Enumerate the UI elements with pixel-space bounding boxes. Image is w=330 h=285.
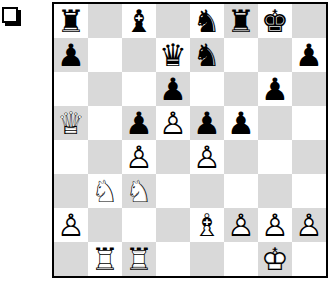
white-piece-outline-layer: ♙ bbox=[258, 208, 292, 242]
white-to-move-indicator bbox=[2, 7, 18, 23]
white-queen-a5[interactable]: ♛♕ bbox=[54, 106, 88, 140]
square-h8[interactable] bbox=[292, 4, 326, 38]
chess-board: ♜♝♞♜♚♟♛♞♟♟♟♛♕♟♟♙♟♟♟♙♟♙♞♘♞♘♟♙♝♗♟♙♟♙♟♙♜♖♜♖… bbox=[52, 2, 328, 278]
black-queen-d7[interactable]: ♛ bbox=[156, 38, 190, 72]
square-a4[interactable] bbox=[54, 140, 88, 174]
square-g3[interactable] bbox=[258, 174, 292, 208]
square-b6[interactable] bbox=[88, 72, 122, 106]
square-d4[interactable] bbox=[156, 140, 190, 174]
white-king-g1[interactable]: ♚♔ bbox=[258, 242, 292, 276]
black-pawn-c5[interactable]: ♟ bbox=[122, 106, 156, 140]
square-d8[interactable] bbox=[156, 4, 190, 38]
square-f2[interactable]: ♟♙ bbox=[224, 208, 258, 242]
square-c5[interactable]: ♟ bbox=[122, 106, 156, 140]
square-e5[interactable]: ♟ bbox=[190, 106, 224, 140]
square-h3[interactable] bbox=[292, 174, 326, 208]
white-piece-outline-layer: ♔ bbox=[258, 242, 292, 276]
white-knight-b3[interactable]: ♞♘ bbox=[88, 174, 122, 208]
square-a7[interactable]: ♟ bbox=[54, 38, 88, 72]
square-h1[interactable] bbox=[292, 242, 326, 276]
square-g7[interactable] bbox=[258, 38, 292, 72]
white-rook-c1[interactable]: ♜♖ bbox=[122, 242, 156, 276]
black-pawn-g6[interactable]: ♟ bbox=[258, 72, 292, 106]
square-c6[interactable] bbox=[122, 72, 156, 106]
square-a5[interactable]: ♛♕ bbox=[54, 106, 88, 140]
black-knight-e7[interactable]: ♞ bbox=[190, 38, 224, 72]
black-bishop-c8[interactable]: ♝ bbox=[122, 4, 156, 38]
square-c7[interactable] bbox=[122, 38, 156, 72]
square-a1[interactable] bbox=[54, 242, 88, 276]
square-g5[interactable] bbox=[258, 106, 292, 140]
white-knight-c3[interactable]: ♞♘ bbox=[122, 174, 156, 208]
square-f6[interactable] bbox=[224, 72, 258, 106]
square-h2[interactable]: ♟♙ bbox=[292, 208, 326, 242]
white-piece-outline-layer: ♙ bbox=[54, 208, 88, 242]
square-a6[interactable] bbox=[54, 72, 88, 106]
square-e1[interactable] bbox=[190, 242, 224, 276]
square-h7[interactable]: ♟ bbox=[292, 38, 326, 72]
square-g8[interactable]: ♚ bbox=[258, 4, 292, 38]
square-d2[interactable] bbox=[156, 208, 190, 242]
black-knight-e8[interactable]: ♞ bbox=[190, 4, 224, 38]
square-f1[interactable] bbox=[224, 242, 258, 276]
square-g2[interactable]: ♟♙ bbox=[258, 208, 292, 242]
square-c3[interactable]: ♞♘ bbox=[122, 174, 156, 208]
white-piece-outline-layer: ♙ bbox=[224, 208, 258, 242]
square-a8[interactable]: ♜ bbox=[54, 4, 88, 38]
white-pawn-c4[interactable]: ♟♙ bbox=[122, 140, 156, 174]
square-b1[interactable]: ♜♖ bbox=[88, 242, 122, 276]
square-e2[interactable]: ♝♗ bbox=[190, 208, 224, 242]
square-h5[interactable] bbox=[292, 106, 326, 140]
white-pawn-d5[interactable]: ♟♙ bbox=[156, 106, 190, 140]
square-g1[interactable]: ♚♔ bbox=[258, 242, 292, 276]
square-a3[interactable] bbox=[54, 174, 88, 208]
square-b8[interactable] bbox=[88, 4, 122, 38]
white-bishop-e2[interactable]: ♝♗ bbox=[190, 208, 224, 242]
square-c4[interactable]: ♟♙ bbox=[122, 140, 156, 174]
white-pawn-f2[interactable]: ♟♙ bbox=[224, 208, 258, 242]
black-pawn-h7[interactable]: ♟ bbox=[292, 38, 326, 72]
square-c8[interactable]: ♝ bbox=[122, 4, 156, 38]
square-d3[interactable] bbox=[156, 174, 190, 208]
square-d6[interactable]: ♟ bbox=[156, 72, 190, 106]
square-c1[interactable]: ♜♖ bbox=[122, 242, 156, 276]
square-h6[interactable] bbox=[292, 72, 326, 106]
white-piece-outline-layer: ♙ bbox=[292, 208, 326, 242]
square-e7[interactable]: ♞ bbox=[190, 38, 224, 72]
white-pawn-a2[interactable]: ♟♙ bbox=[54, 208, 88, 242]
square-d1[interactable] bbox=[156, 242, 190, 276]
white-pawn-h2[interactable]: ♟♙ bbox=[292, 208, 326, 242]
square-f8[interactable]: ♜ bbox=[224, 4, 258, 38]
white-pawn-e4[interactable]: ♟♙ bbox=[190, 140, 224, 174]
white-rook-b1[interactable]: ♜♖ bbox=[88, 242, 122, 276]
square-f5[interactable]: ♟ bbox=[224, 106, 258, 140]
square-e4[interactable]: ♟♙ bbox=[190, 140, 224, 174]
square-b2[interactable] bbox=[88, 208, 122, 242]
white-piece-outline-layer: ♙ bbox=[190, 140, 224, 174]
square-b7[interactable] bbox=[88, 38, 122, 72]
square-c2[interactable] bbox=[122, 208, 156, 242]
white-piece-outline-layer: ♙ bbox=[156, 106, 190, 140]
white-piece-outline-layer: ♘ bbox=[88, 174, 122, 208]
square-h4[interactable] bbox=[292, 140, 326, 174]
chess-diagram: ♜♝♞♜♚♟♛♞♟♟♟♛♕♟♟♙♟♟♟♙♟♙♞♘♞♘♟♙♝♗♟♙♟♙♟♙♜♖♜♖… bbox=[0, 0, 330, 285]
square-d5[interactable]: ♟♙ bbox=[156, 106, 190, 140]
white-piece-outline-layer: ♖ bbox=[122, 242, 156, 276]
black-rook-f8[interactable]: ♜ bbox=[224, 4, 258, 38]
black-pawn-e5[interactable]: ♟ bbox=[190, 106, 224, 140]
black-pawn-f5[interactable]: ♟ bbox=[224, 106, 258, 140]
square-d7[interactable]: ♛ bbox=[156, 38, 190, 72]
white-piece-outline-layer: ♙ bbox=[122, 140, 156, 174]
white-piece-outline-layer: ♖ bbox=[88, 242, 122, 276]
square-b4[interactable] bbox=[88, 140, 122, 174]
black-pawn-a7[interactable]: ♟ bbox=[54, 38, 88, 72]
square-f7[interactable] bbox=[224, 38, 258, 72]
white-pawn-g2[interactable]: ♟♙ bbox=[258, 208, 292, 242]
white-piece-outline-layer: ♗ bbox=[190, 208, 224, 242]
square-f3[interactable] bbox=[224, 174, 258, 208]
square-e6[interactable] bbox=[190, 72, 224, 106]
square-g4[interactable] bbox=[258, 140, 292, 174]
square-a2[interactable]: ♟♙ bbox=[54, 208, 88, 242]
square-g6[interactable]: ♟ bbox=[258, 72, 292, 106]
white-piece-outline-layer: ♕ bbox=[54, 106, 88, 140]
square-e8[interactable]: ♞ bbox=[190, 4, 224, 38]
square-e3[interactable] bbox=[190, 174, 224, 208]
square-b5[interactable] bbox=[88, 106, 122, 140]
white-piece-outline-layer: ♘ bbox=[122, 174, 156, 208]
square-b3[interactable]: ♞♘ bbox=[88, 174, 122, 208]
black-king-g8[interactable]: ♚ bbox=[258, 4, 292, 38]
black-pawn-d6[interactable]: ♟ bbox=[156, 72, 190, 106]
square-f4[interactable] bbox=[224, 140, 258, 174]
black-rook-a8[interactable]: ♜ bbox=[54, 4, 88, 38]
